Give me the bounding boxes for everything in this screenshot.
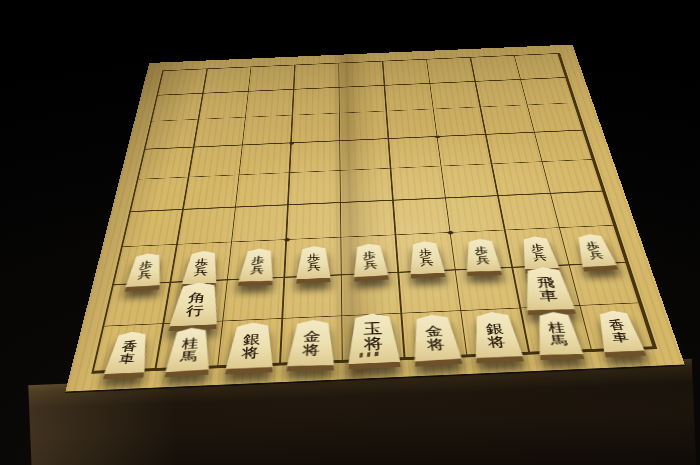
piece-kanji: 歩兵 bbox=[250, 256, 266, 275]
piece-kanji: 歩兵 bbox=[585, 241, 604, 260]
piece-face: 歩兵 bbox=[517, 236, 560, 270]
piece-face: 金将 bbox=[408, 313, 462, 361]
piece-face: 歩兵 bbox=[181, 250, 221, 284]
piece-kanji: 玉将 bbox=[363, 321, 383, 351]
pieces-layer: 歩兵 歩兵 歩兵 歩兵 歩兵 歩兵 歩兵 bbox=[94, 54, 655, 372]
piece-pawn[interactable]: 歩兵 bbox=[407, 241, 446, 275]
piece-kanji: 銀将 bbox=[485, 322, 507, 349]
piece-pawn[interactable]: 歩兵 bbox=[572, 233, 618, 267]
piece-kanji: 金将 bbox=[424, 324, 445, 352]
piece-kanji: 歩兵 bbox=[137, 261, 153, 281]
piece-lance[interactable]: 香車 bbox=[103, 331, 153, 375]
maker-signature bbox=[357, 351, 391, 358]
piece-pawn[interactable]: 歩兵 bbox=[295, 245, 331, 279]
piece-face: 歩兵 bbox=[124, 252, 165, 287]
piece-gold[interactable]: 金将 bbox=[408, 313, 462, 361]
piece-kanji: 銀将 bbox=[241, 332, 260, 360]
piece-face: 桂馬 bbox=[531, 312, 584, 355]
piece-pawn[interactable]: 歩兵 bbox=[351, 243, 389, 277]
piece-kanji: 角行 bbox=[185, 291, 206, 318]
piece-bishop[interactable]: 角行 bbox=[168, 281, 223, 326]
piece-pawn[interactable]: 歩兵 bbox=[463, 238, 503, 271]
piece-kanji: 金将 bbox=[303, 330, 322, 357]
piece-kanji: 桂馬 bbox=[547, 321, 568, 346]
piece-kanji: 歩兵 bbox=[363, 251, 378, 270]
piece-pawn[interactable]: 歩兵 bbox=[517, 236, 560, 270]
piece-kanji: 飛車 bbox=[536, 276, 558, 302]
piece-silver[interactable]: 銀将 bbox=[225, 322, 277, 370]
piece-face: 香車 bbox=[103, 331, 153, 375]
piece-kanji: 香車 bbox=[118, 341, 138, 366]
piece-face: 飛車 bbox=[519, 267, 576, 311]
piece-face: 桂馬 bbox=[165, 326, 214, 372]
piece-kanji: 歩兵 bbox=[307, 253, 321, 272]
piece-face: 銀将 bbox=[225, 322, 277, 370]
piece-face: 歩兵 bbox=[407, 241, 446, 275]
piece-face: 歩兵 bbox=[463, 238, 503, 271]
piece-face: 歩兵 bbox=[572, 233, 618, 267]
shogi-board: 歩兵 歩兵 歩兵 歩兵 歩兵 歩兵 歩兵 bbox=[65, 45, 684, 392]
piece-knight[interactable]: 桂馬 bbox=[165, 326, 214, 372]
piece-face: 歩兵 bbox=[238, 248, 277, 281]
piece-face: 銀将 bbox=[468, 311, 524, 358]
piece-gold[interactable]: 金将 bbox=[286, 319, 337, 366]
piece-king[interactable]: 玉将 bbox=[346, 312, 401, 364]
piece-rook[interactable]: 飛車 bbox=[519, 267, 576, 311]
piece-kanji: 歩兵 bbox=[475, 246, 491, 265]
piece-silver[interactable]: 銀将 bbox=[468, 311, 524, 358]
piece-kanji: 歩兵 bbox=[530, 244, 548, 263]
piece-kanji: 桂馬 bbox=[180, 337, 199, 363]
piece-face: 玉将 bbox=[346, 312, 401, 364]
piece-kanji: 歩兵 bbox=[419, 249, 434, 268]
piece-knight[interactable]: 桂馬 bbox=[531, 312, 584, 355]
piece-pawn[interactable]: 歩兵 bbox=[238, 248, 277, 281]
piece-lance[interactable]: 香車 bbox=[592, 310, 645, 353]
piece-pawn[interactable]: 歩兵 bbox=[124, 252, 165, 287]
piece-face: 歩兵 bbox=[295, 245, 331, 279]
piece-pawn[interactable]: 歩兵 bbox=[181, 250, 221, 284]
photo-scene: 歩兵 歩兵 歩兵 歩兵 歩兵 歩兵 歩兵 bbox=[0, 0, 700, 465]
board-grid: 歩兵 歩兵 歩兵 歩兵 歩兵 歩兵 歩兵 bbox=[91, 53, 657, 374]
piece-kanji: 歩兵 bbox=[193, 258, 209, 277]
piece-face: 角行 bbox=[168, 281, 223, 326]
piece-face: 金将 bbox=[286, 319, 337, 366]
piece-face: 香車 bbox=[592, 310, 645, 353]
piece-kanji: 香車 bbox=[608, 320, 630, 344]
piece-face: 歩兵 bbox=[351, 243, 389, 277]
